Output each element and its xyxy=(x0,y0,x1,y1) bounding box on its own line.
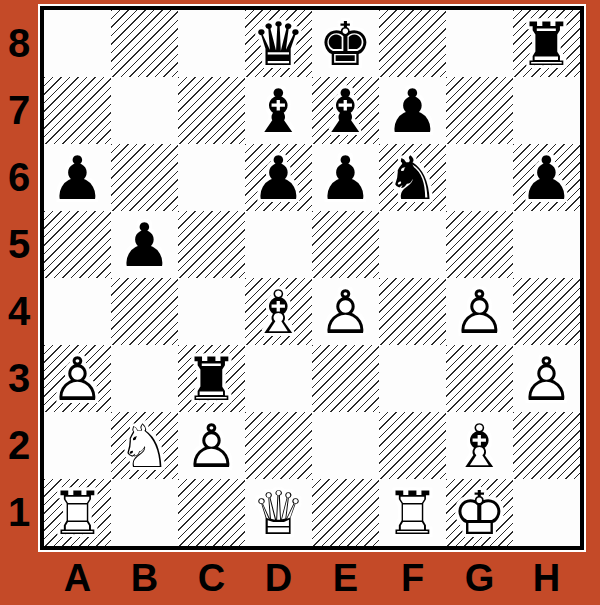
square-b5[interactable]: ♟ xyxy=(111,211,178,278)
file-label-b: B xyxy=(111,552,178,605)
square-h3[interactable]: ♟♙ xyxy=(513,345,580,412)
square-a1[interactable]: ♜♖ xyxy=(44,479,111,546)
piece-black-bishop[interactable]: ♝ xyxy=(312,77,379,144)
file-label-h: H xyxy=(513,552,580,605)
piece-white-rook[interactable]: ♖ xyxy=(44,479,111,546)
square-f2[interactable] xyxy=(379,412,446,479)
piece-black-rook[interactable]: ♜ xyxy=(178,345,245,412)
file-label-d: D xyxy=(245,552,312,605)
piece-white-pawn[interactable]: ♙ xyxy=(178,412,245,479)
piece-white-queen-fill: ♛ xyxy=(245,479,312,546)
piece-white-king-fill: ♚ xyxy=(446,479,513,546)
square-c4[interactable] xyxy=(178,278,245,345)
square-g6[interactable] xyxy=(446,144,513,211)
piece-white-pawn-fill: ♟ xyxy=(44,345,111,412)
piece-white-queen[interactable]: ♕ xyxy=(245,479,312,546)
square-f4[interactable] xyxy=(379,278,446,345)
piece-white-knight-fill: ♞ xyxy=(111,412,178,479)
square-d6[interactable]: ♟ xyxy=(245,144,312,211)
piece-white-bishop[interactable]: ♗ xyxy=(446,412,513,479)
piece-black-pawn[interactable]: ♟ xyxy=(513,144,580,211)
file-label-c: C xyxy=(178,552,245,605)
square-d5[interactable] xyxy=(245,211,312,278)
square-c1[interactable] xyxy=(178,479,245,546)
rank-label-5: 5 xyxy=(0,211,38,278)
square-d4[interactable]: ♝♗ xyxy=(245,278,312,345)
board-outer: ♛♚♜♝♝♟♟♟♟♞♟♟♝♗♟♙♟♙♟♙♜♟♙♞♘♟♙♝♗♜♖♛♕♜♖♚♔ xyxy=(38,4,586,552)
square-b8[interactable] xyxy=(111,10,178,77)
square-b7[interactable] xyxy=(111,77,178,144)
rank-label-4: 4 xyxy=(0,278,38,345)
piece-white-rook-fill: ♜ xyxy=(44,479,111,546)
square-f6[interactable]: ♞ xyxy=(379,144,446,211)
piece-white-rook[interactable]: ♖ xyxy=(379,479,446,546)
square-e2[interactable] xyxy=(312,412,379,479)
square-e6[interactable]: ♟ xyxy=(312,144,379,211)
file-label-a: A xyxy=(44,552,111,605)
square-b1[interactable] xyxy=(111,479,178,546)
square-c8[interactable] xyxy=(178,10,245,77)
piece-black-pawn[interactable]: ♟ xyxy=(379,77,446,144)
square-d3[interactable] xyxy=(245,345,312,412)
square-c7[interactable] xyxy=(178,77,245,144)
chess-board: ♛♚♜♝♝♟♟♟♟♞♟♟♝♗♟♙♟♙♟♙♜♟♙♞♘♟♙♝♗♜♖♛♕♜♖♚♔ xyxy=(40,6,584,550)
diagram-frame: 8 7 6 5 4 3 2 1 ♛♚♜♝♝♟♟♟♟♞♟♟♝♗♟♙♟♙♟♙♜♟♙♞… xyxy=(0,0,600,605)
square-f3[interactable] xyxy=(379,345,446,412)
file-label-f: F xyxy=(379,552,446,605)
square-d8[interactable]: ♛ xyxy=(245,10,312,77)
file-label-g: G xyxy=(446,552,513,605)
square-h1[interactable] xyxy=(513,479,580,546)
piece-white-bishop-fill: ♝ xyxy=(245,278,312,345)
square-h6[interactable]: ♟ xyxy=(513,144,580,211)
square-g1[interactable]: ♚♔ xyxy=(446,479,513,546)
file-label-e: E xyxy=(312,552,379,605)
piece-black-knight[interactable]: ♞ xyxy=(379,144,446,211)
square-b4[interactable] xyxy=(111,278,178,345)
piece-white-pawn[interactable]: ♙ xyxy=(446,278,513,345)
piece-black-rook[interactable]: ♜ xyxy=(513,10,580,77)
square-e4[interactable]: ♟♙ xyxy=(312,278,379,345)
square-h8[interactable]: ♜ xyxy=(513,10,580,77)
square-e5[interactable] xyxy=(312,211,379,278)
piece-white-pawn-fill: ♟ xyxy=(178,412,245,479)
square-e8[interactable]: ♚ xyxy=(312,10,379,77)
square-c6[interactable] xyxy=(178,144,245,211)
piece-black-pawn[interactable]: ♟ xyxy=(245,144,312,211)
square-a8[interactable] xyxy=(44,10,111,77)
square-f7[interactable]: ♟ xyxy=(379,77,446,144)
piece-white-bishop[interactable]: ♗ xyxy=(245,278,312,345)
square-a3[interactable]: ♟♙ xyxy=(44,345,111,412)
piece-black-pawn[interactable]: ♟ xyxy=(44,144,111,211)
square-a5[interactable] xyxy=(44,211,111,278)
square-g4[interactable]: ♟♙ xyxy=(446,278,513,345)
square-b3[interactable] xyxy=(111,345,178,412)
piece-black-pawn[interactable]: ♟ xyxy=(111,211,178,278)
rank-label-6: 6 xyxy=(0,144,38,211)
rank-label-7: 7 xyxy=(0,77,38,144)
square-h4[interactable] xyxy=(513,278,580,345)
rank-label-1: 1 xyxy=(0,479,38,546)
square-e3[interactable] xyxy=(312,345,379,412)
piece-white-rook-fill: ♜ xyxy=(379,479,446,546)
piece-black-bishop[interactable]: ♝ xyxy=(245,77,312,144)
piece-white-pawn[interactable]: ♙ xyxy=(44,345,111,412)
square-g3[interactable] xyxy=(446,345,513,412)
square-f8[interactable] xyxy=(379,10,446,77)
square-e1[interactable] xyxy=(312,479,379,546)
square-b6[interactable] xyxy=(111,144,178,211)
square-c2[interactable]: ♟♙ xyxy=(178,412,245,479)
square-e7[interactable]: ♝ xyxy=(312,77,379,144)
piece-white-pawn[interactable]: ♙ xyxy=(513,345,580,412)
square-a7[interactable] xyxy=(44,77,111,144)
square-c3[interactable]: ♜ xyxy=(178,345,245,412)
square-b2[interactable]: ♞♘ xyxy=(111,412,178,479)
square-a6[interactable]: ♟ xyxy=(44,144,111,211)
square-g5[interactable] xyxy=(446,211,513,278)
square-h2[interactable] xyxy=(513,412,580,479)
piece-white-bishop-fill: ♝ xyxy=(446,412,513,479)
square-d1[interactable]: ♛♕ xyxy=(245,479,312,546)
piece-white-pawn[interactable]: ♙ xyxy=(312,278,379,345)
piece-white-knight[interactable]: ♘ xyxy=(111,412,178,479)
square-a2[interactable] xyxy=(44,412,111,479)
piece-white-pawn-fill: ♟ xyxy=(446,278,513,345)
square-d2[interactable] xyxy=(245,412,312,479)
square-f1[interactable]: ♜♖ xyxy=(379,479,446,546)
square-d7[interactable]: ♝ xyxy=(245,77,312,144)
piece-black-pawn[interactable]: ♟ xyxy=(312,144,379,211)
rank-label-8: 8 xyxy=(0,10,38,77)
rank-labels: 8 7 6 5 4 3 2 1 xyxy=(0,10,38,546)
square-h7[interactable] xyxy=(513,77,580,144)
square-h5[interactable] xyxy=(513,211,580,278)
rank-label-2: 2 xyxy=(0,412,38,479)
piece-black-queen[interactable]: ♛ xyxy=(245,10,312,77)
file-labels: A B C D E F G H xyxy=(44,552,580,605)
piece-white-pawn-fill: ♟ xyxy=(513,345,580,412)
piece-white-king[interactable]: ♔ xyxy=(446,479,513,546)
piece-white-pawn-fill: ♟ xyxy=(312,278,379,345)
rank-label-3: 3 xyxy=(0,345,38,412)
square-g7[interactable] xyxy=(446,77,513,144)
square-g2[interactable]: ♝♗ xyxy=(446,412,513,479)
square-a4[interactable] xyxy=(44,278,111,345)
square-g8[interactable] xyxy=(446,10,513,77)
piece-black-king[interactable]: ♚ xyxy=(312,10,379,77)
square-c5[interactable] xyxy=(178,211,245,278)
square-f5[interactable] xyxy=(379,211,446,278)
